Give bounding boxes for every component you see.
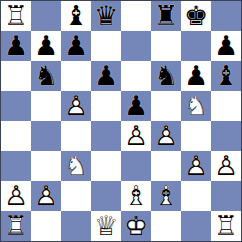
square-f6[interactable]: ♞ (151, 61, 181, 91)
piece-white-queen[interactable]: ♛♕ (91, 211, 121, 241)
piece-black-king[interactable]: ♚ (181, 1, 211, 31)
piece-black-pawn[interactable]: ♟ (1, 31, 31, 61)
black-piece-glyph: ♟ (121, 91, 151, 121)
square-e3[interactable] (121, 151, 151, 181)
square-c8[interactable]: ♝ (61, 1, 91, 31)
square-h7[interactable]: ♟ (211, 31, 241, 61)
square-h8[interactable] (211, 1, 241, 31)
piece-black-pawn[interactable]: ♟ (121, 91, 151, 121)
square-d3[interactable] (91, 151, 121, 181)
black-piece-glyph: ♟ (181, 61, 211, 91)
square-c3[interactable]: ♞♘ (61, 151, 91, 181)
white-piece-outline-layer: ♙ (121, 121, 151, 151)
square-g5[interactable]: ♞♘ (181, 91, 211, 121)
piece-white-pawn[interactable]: ♟♙ (1, 181, 31, 211)
white-piece-outline-layer: ♖ (1, 211, 31, 241)
square-d2[interactable] (91, 181, 121, 211)
square-b8[interactable] (31, 1, 61, 31)
square-c5[interactable]: ♟♙ (61, 91, 91, 121)
piece-white-rook[interactable]: ♜♖ (1, 211, 31, 241)
square-c7[interactable]: ♟ (61, 31, 91, 61)
square-d6[interactable]: ♟ (91, 61, 121, 91)
piece-black-bishop[interactable]: ♝ (211, 61, 241, 91)
square-c4[interactable] (61, 121, 91, 151)
black-piece-glyph: ♚ (181, 1, 211, 31)
square-b4[interactable] (31, 121, 61, 151)
square-d7[interactable] (91, 31, 121, 61)
piece-white-pawn[interactable]: ♟♙ (121, 121, 151, 151)
square-h4[interactable] (211, 121, 241, 151)
piece-black-pawn[interactable]: ♟ (31, 31, 61, 61)
black-piece-glyph: ♟ (61, 31, 91, 61)
square-e4[interactable]: ♟♙ (121, 121, 151, 151)
square-g1[interactable] (181, 211, 211, 241)
black-piece-glyph: ♟ (211, 31, 241, 61)
piece-black-bishop[interactable]: ♝ (61, 1, 91, 31)
square-g3[interactable]: ♟♙ (181, 151, 211, 181)
square-e1[interactable]: ♚♔ (121, 211, 151, 241)
piece-white-bishop[interactable]: ♝♗ (151, 181, 181, 211)
square-h1[interactable]: ♜♖ (211, 211, 241, 241)
white-piece-outline-layer: ♙ (211, 151, 241, 181)
square-b1[interactable] (31, 211, 61, 241)
square-a4[interactable] (1, 121, 31, 151)
square-c1[interactable] (61, 211, 91, 241)
black-piece-glyph: ♛ (91, 1, 121, 31)
chessboard-screenshot: ♜♖♝♛♜♚♟♟♟♟♞♟♞♟♝♟♙♟♞♘♟♙♟♙♞♘♟♙♟♙♟♙♟♙♝♗♝♗♜♖… (0, 0, 242, 242)
white-piece-outline-layer: ♙ (151, 121, 181, 151)
square-g4[interactable] (181, 121, 211, 151)
square-a6[interactable] (1, 61, 31, 91)
white-piece-outline-layer: ♗ (121, 181, 151, 211)
piece-white-bishop[interactable]: ♝♗ (121, 181, 151, 211)
white-piece-outline-layer: ♔ (121, 211, 151, 241)
square-a7[interactable]: ♟ (1, 31, 31, 61)
square-d8[interactable]: ♛ (91, 1, 121, 31)
square-h5[interactable] (211, 91, 241, 121)
square-d5[interactable] (91, 91, 121, 121)
square-a3[interactable] (1, 151, 31, 181)
square-e7[interactable] (121, 31, 151, 61)
square-e2[interactable]: ♝♗ (121, 181, 151, 211)
piece-white-rook[interactable]: ♜♖ (211, 211, 241, 241)
black-piece-glyph: ♞ (31, 61, 61, 91)
black-piece-glyph: ♟ (31, 31, 61, 61)
white-piece-outline-layer: ♘ (181, 91, 211, 121)
piece-black-queen[interactable]: ♛ (91, 1, 121, 31)
piece-black-pawn[interactable]: ♟ (181, 61, 211, 91)
square-f2[interactable]: ♝♗ (151, 181, 181, 211)
square-g7[interactable] (181, 31, 211, 61)
square-b2[interactable]: ♟♙ (31, 181, 61, 211)
square-b6[interactable]: ♞ (31, 61, 61, 91)
black-piece-glyph: ♝ (211, 61, 241, 91)
chess-board: ♜♖♝♛♜♚♟♟♟♟♞♟♞♟♝♟♙♟♞♘♟♙♟♙♞♘♟♙♟♙♟♙♟♙♝♗♝♗♜♖… (0, 0, 242, 242)
square-f4[interactable]: ♟♙ (151, 121, 181, 151)
square-e5[interactable]: ♟ (121, 91, 151, 121)
piece-black-knight[interactable]: ♞ (151, 61, 181, 91)
square-c6[interactable] (61, 61, 91, 91)
square-c2[interactable] (61, 181, 91, 211)
piece-white-knight[interactable]: ♞♘ (181, 91, 211, 121)
square-h3[interactable]: ♟♙ (211, 151, 241, 181)
white-piece-outline-layer: ♗ (151, 181, 181, 211)
square-e8[interactable] (121, 1, 151, 31)
white-piece-outline-layer: ♖ (1, 1, 31, 31)
piece-white-pawn[interactable]: ♟♙ (31, 181, 61, 211)
square-b5[interactable] (31, 91, 61, 121)
piece-white-rook[interactable]: ♜♖ (1, 1, 31, 31)
piece-white-pawn[interactable]: ♟♙ (211, 151, 241, 181)
square-d1[interactable]: ♛♕ (91, 211, 121, 241)
white-piece-outline-layer: ♙ (181, 151, 211, 181)
square-f1[interactable] (151, 211, 181, 241)
black-piece-glyph: ♟ (91, 61, 121, 91)
black-piece-glyph: ♝ (61, 1, 91, 31)
piece-white-pawn[interactable]: ♟♙ (151, 121, 181, 151)
black-piece-glyph: ♞ (151, 61, 181, 91)
square-g6[interactable]: ♟ (181, 61, 211, 91)
square-b3[interactable] (31, 151, 61, 181)
square-h6[interactable]: ♝ (211, 61, 241, 91)
piece-black-pawn[interactable]: ♟ (211, 31, 241, 61)
square-f8[interactable]: ♜ (151, 1, 181, 31)
square-g8[interactable]: ♚ (181, 1, 211, 31)
piece-black-rook[interactable]: ♜ (151, 1, 181, 31)
square-a8[interactable]: ♜♖ (1, 1, 31, 31)
piece-white-knight[interactable]: ♞♘ (61, 151, 91, 181)
white-piece-outline-layer: ♙ (31, 181, 61, 211)
square-a5[interactable] (1, 91, 31, 121)
white-piece-outline-layer: ♕ (91, 211, 121, 241)
piece-white-pawn[interactable]: ♟♙ (181, 151, 211, 181)
square-a2[interactable]: ♟♙ (1, 181, 31, 211)
square-d4[interactable] (91, 121, 121, 151)
square-g2[interactable] (181, 181, 211, 211)
square-f5[interactable] (151, 91, 181, 121)
white-piece-outline-layer: ♘ (61, 151, 91, 181)
white-piece-outline-layer: ♙ (1, 181, 31, 211)
white-piece-outline-layer: ♖ (211, 211, 241, 241)
piece-black-pawn[interactable]: ♟ (91, 61, 121, 91)
black-piece-glyph: ♜ (151, 1, 181, 31)
square-a1[interactable]: ♜♖ (1, 211, 31, 241)
piece-white-pawn[interactable]: ♟♙ (61, 91, 91, 121)
square-f3[interactable] (151, 151, 181, 181)
piece-black-pawn[interactable]: ♟ (61, 31, 91, 61)
black-piece-glyph: ♟ (1, 31, 31, 61)
square-h2[interactable] (211, 181, 241, 211)
piece-black-knight[interactable]: ♞ (31, 61, 61, 91)
piece-white-king[interactable]: ♚♔ (121, 211, 151, 241)
square-b7[interactable]: ♟ (31, 31, 61, 61)
white-piece-outline-layer: ♙ (61, 91, 91, 121)
square-e6[interactable] (121, 61, 151, 91)
square-f7[interactable] (151, 31, 181, 61)
